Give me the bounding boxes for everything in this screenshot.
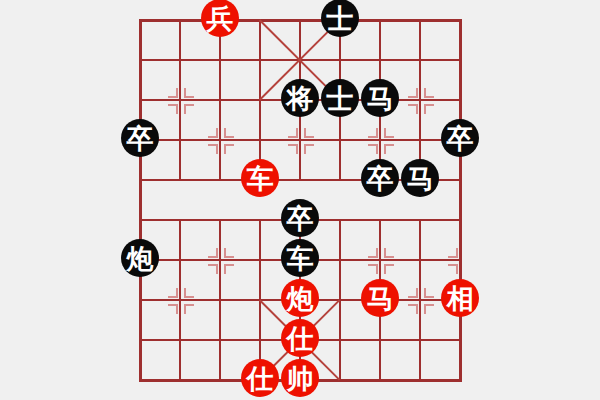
point-marker — [168, 304, 178, 314]
piece-black-soldier[interactable]: 卒 — [361, 159, 399, 197]
point-marker — [408, 304, 418, 314]
piece-black-general[interactable]: 将 — [281, 79, 319, 117]
piece-black-cannon[interactable]: 炮 — [121, 239, 159, 277]
piece-red-cannon[interactable]: 炮 — [281, 279, 319, 317]
xiangqi-board: 兵士将士马卒卒车卒马卒炮车炮马相仕仕帅 — [0, 0, 600, 400]
point-marker — [368, 264, 378, 274]
point-marker — [424, 88, 434, 98]
point-marker — [384, 128, 394, 138]
point-marker — [208, 264, 218, 274]
point-marker — [424, 288, 434, 298]
point-marker — [224, 248, 234, 258]
piece-red-soldier[interactable]: 兵 — [201, 0, 239, 37]
point-marker — [168, 88, 178, 98]
piece-black-soldier[interactable]: 卒 — [441, 119, 479, 157]
point-marker — [448, 248, 458, 258]
piece-red-advisor[interactable]: 仕 — [241, 359, 279, 397]
point-marker — [384, 144, 394, 154]
point-marker — [408, 288, 418, 298]
piece-black-chariot[interactable]: 车 — [281, 239, 319, 277]
point-marker — [368, 248, 378, 258]
piece-red-horse[interactable]: 马 — [361, 279, 399, 317]
point-marker — [208, 248, 218, 258]
point-marker — [368, 128, 378, 138]
point-marker — [168, 104, 178, 114]
point-marker — [208, 128, 218, 138]
grid-line-vertical — [419, 19, 421, 181]
piece-black-horse[interactable]: 马 — [401, 159, 439, 197]
piece-red-elephant[interactable]: 相 — [441, 279, 479, 317]
piece-red-advisor[interactable]: 仕 — [281, 319, 319, 357]
piece-black-soldier[interactable]: 卒 — [281, 199, 319, 237]
grid-line-vertical — [219, 19, 221, 181]
point-marker — [288, 128, 298, 138]
point-marker — [424, 104, 434, 114]
grid-line-vertical — [219, 219, 221, 381]
point-marker — [448, 264, 458, 274]
point-marker — [408, 88, 418, 98]
grid-line-vertical-edge — [139, 19, 142, 382]
point-marker — [224, 144, 234, 154]
point-marker — [304, 144, 314, 154]
piece-black-soldier[interactable]: 卒 — [121, 119, 159, 157]
point-marker — [368, 144, 378, 154]
piece-red-chariot[interactable]: 车 — [241, 159, 279, 197]
piece-black-horse[interactable]: 马 — [361, 79, 399, 117]
point-marker — [184, 104, 194, 114]
point-marker — [424, 304, 434, 314]
piece-red-general[interactable]: 帅 — [281, 359, 319, 397]
point-marker — [288, 144, 298, 154]
piece-black-advisor[interactable]: 士 — [321, 79, 359, 117]
point-marker — [168, 288, 178, 298]
grid-line-vertical — [179, 219, 181, 381]
point-marker — [224, 264, 234, 274]
point-marker — [208, 144, 218, 154]
point-marker — [304, 128, 314, 138]
point-marker — [408, 104, 418, 114]
grid-line-vertical — [179, 19, 181, 181]
point-marker — [224, 128, 234, 138]
grid-line-vertical — [419, 219, 421, 381]
piece-black-advisor[interactable]: 士 — [321, 0, 359, 37]
point-marker — [184, 288, 194, 298]
grid-line-vertical-edge — [459, 19, 462, 382]
point-marker — [184, 88, 194, 98]
point-marker — [384, 248, 394, 258]
point-marker — [184, 304, 194, 314]
point-marker — [384, 264, 394, 274]
